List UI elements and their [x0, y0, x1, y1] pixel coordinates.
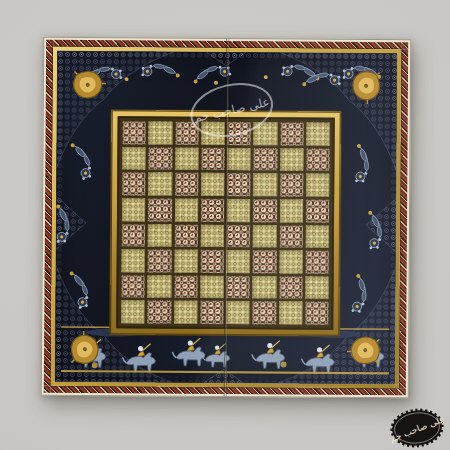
board-square: [279, 199, 302, 222]
board-square: [227, 199, 250, 222]
board-square: [200, 276, 223, 299]
board-square: [306, 148, 329, 171]
board-square: [201, 224, 224, 247]
board-square: [122, 198, 145, 221]
board-square: [148, 301, 171, 324]
flower-spray-icon: [347, 144, 385, 315]
board-square: [279, 225, 302, 248]
board-square: [305, 302, 328, 325]
board-square: [200, 250, 223, 273]
board-square: [227, 173, 250, 196]
board-square: [175, 147, 198, 170]
board-square: [149, 147, 172, 170]
board-square: [227, 225, 250, 248]
photo-background: علی صاحب جم علی صاحب جم: [0, 0, 450, 450]
brand-stamp: علی صاحب جم: [386, 403, 449, 450]
board-square: [280, 148, 303, 171]
board-square: [148, 173, 171, 196]
board-square: [226, 301, 249, 324]
board-square: [253, 173, 276, 196]
board-square: [200, 301, 223, 324]
board-square: [122, 147, 145, 170]
board-square: [279, 276, 302, 299]
brand-stamp-oval: علی صاحب جم: [386, 403, 449, 450]
board-square: [306, 123, 329, 146]
board-square: [174, 224, 197, 247]
board-square: [148, 224, 171, 247]
board-square: [253, 199, 276, 222]
board-square: [201, 173, 224, 196]
board-square: [121, 275, 144, 298]
board-square: [253, 225, 276, 248]
board-square: [175, 173, 198, 196]
board-square: [174, 199, 197, 222]
board-square: [280, 122, 303, 145]
board-square: [280, 174, 303, 197]
board-square: [306, 174, 329, 197]
board-square: [306, 225, 329, 248]
board-square: [148, 198, 171, 221]
board-square: [122, 249, 145, 272]
board-square: [279, 302, 302, 325]
board-square: [226, 276, 249, 299]
board-square: [305, 251, 328, 274]
board-square: [148, 275, 171, 298]
board-square: [121, 301, 144, 324]
board-square: [174, 250, 197, 273]
board-square: [253, 302, 276, 325]
board-square: [253, 276, 276, 299]
board-square: [149, 121, 172, 144]
board-square: [227, 250, 250, 273]
board-square: [227, 148, 250, 171]
board-square: [122, 224, 145, 247]
watermark-text: علی صاحب جم: [193, 95, 271, 126]
board-square: [254, 148, 277, 171]
board-square: [253, 250, 276, 273]
board-square: [174, 301, 197, 324]
board-square: [201, 147, 224, 170]
board-square: [123, 121, 146, 144]
board-square: [201, 199, 224, 222]
board-square: [279, 250, 302, 273]
board-square: [148, 250, 171, 273]
board-square: [305, 276, 328, 299]
board-square: [122, 173, 145, 196]
game-board: علی صاحب جم: [41, 37, 411, 399]
board-square: [174, 275, 197, 298]
board-square: [306, 199, 329, 222]
